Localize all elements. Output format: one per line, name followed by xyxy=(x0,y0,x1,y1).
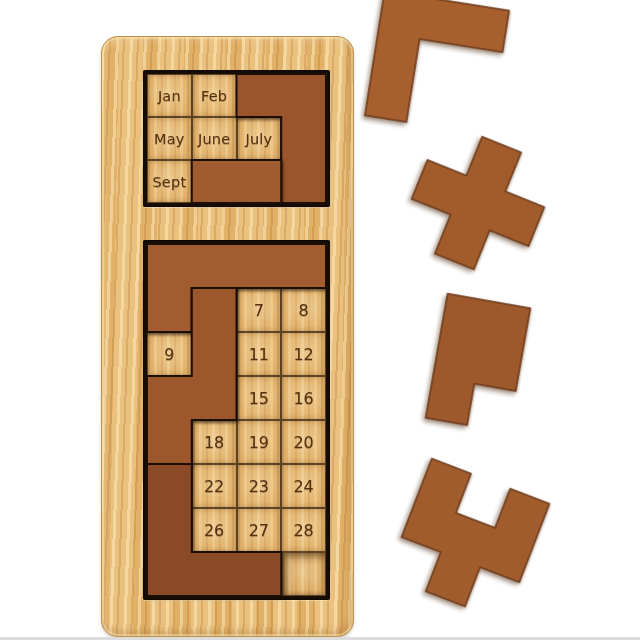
month-cell-feb: Feb xyxy=(192,74,237,117)
month-cell-may: May xyxy=(147,117,192,160)
day-cell-label: 15 xyxy=(249,388,269,407)
day-cell-label: 20 xyxy=(293,432,313,451)
day-cell-label: 23 xyxy=(249,476,269,495)
day-cell-label: 22 xyxy=(204,476,224,495)
month-cell-label: May xyxy=(154,130,185,146)
day-cell-label: 18 xyxy=(204,432,224,451)
day-cell-27: 27 xyxy=(237,508,282,552)
puzzle-board: JanFebMayJuneJulySept 789111215161819202… xyxy=(101,36,354,637)
day-cell-label: 11 xyxy=(249,344,269,363)
loose-v-pentomino-shape[interactable] xyxy=(365,0,509,135)
day-cell-label: 27 xyxy=(249,520,269,539)
loose-piece-plus-pentomino xyxy=(415,140,555,280)
loose-plus-pentomino-shape[interactable] xyxy=(396,121,560,285)
month-cell-label: Sept xyxy=(152,173,186,189)
loose-p-pentomino-shape[interactable] xyxy=(426,294,531,433)
day-cell-label: 12 xyxy=(293,344,313,363)
photo-canvas: JanFebMayJuneJulySept 789111215161819202… xyxy=(0,0,640,640)
day-cell-label: 28 xyxy=(293,520,313,539)
day-cell-label: 8 xyxy=(299,300,309,319)
day-cell-12: 12 xyxy=(281,332,326,376)
day-cell-label: 19 xyxy=(249,432,269,451)
day-cell-9: 9 xyxy=(147,332,192,376)
day-cell-20: 20 xyxy=(281,420,326,464)
loose-piece-v-pentomino xyxy=(374,0,514,140)
loose-four-hexomino-shape[interactable] xyxy=(387,459,550,622)
month-cell-label: Feb xyxy=(201,87,227,103)
month-cell-label: Jan xyxy=(158,87,181,103)
day-cell-23: 23 xyxy=(237,464,282,508)
loose-piece-four-hexomino xyxy=(405,477,545,617)
piece-month-domino[interactable] xyxy=(192,160,282,203)
month-cell-label: July xyxy=(245,130,272,146)
day-cell-label: 7 xyxy=(254,300,264,319)
month-cell-jan: Jan xyxy=(147,74,192,117)
day-cell-18: 18 xyxy=(192,420,237,464)
day-cell-22: 22 xyxy=(192,464,237,508)
month-cell-july: July xyxy=(237,117,282,160)
day-cell-11: 11 xyxy=(237,332,282,376)
month-cell-label: June xyxy=(198,130,230,146)
day-cell-15: 15 xyxy=(237,376,282,420)
day-cell-26: 26 xyxy=(192,508,237,552)
month-tray: JanFebMayJuneJulySept xyxy=(143,70,330,207)
day-cell-label: 24 xyxy=(293,476,313,495)
loose-piece-p-pentomino xyxy=(436,300,526,440)
day-cell-8: 8 xyxy=(281,288,326,332)
month-cell-june: June xyxy=(192,117,237,160)
empty-day-slot xyxy=(281,552,326,596)
day-cell-24: 24 xyxy=(281,464,326,508)
day-cell-label: 9 xyxy=(164,344,174,363)
day-cell-16: 16 xyxy=(281,376,326,420)
day-tray: 78911121516181920222324262728 xyxy=(143,240,330,600)
day-cell-label: 16 xyxy=(293,388,313,407)
day-cell-label: 26 xyxy=(204,520,224,539)
day-cell-28: 28 xyxy=(281,508,326,552)
month-cell-sept: Sept xyxy=(147,160,192,203)
day-cell-19: 19 xyxy=(237,420,282,464)
day-cell-7: 7 xyxy=(237,288,282,332)
